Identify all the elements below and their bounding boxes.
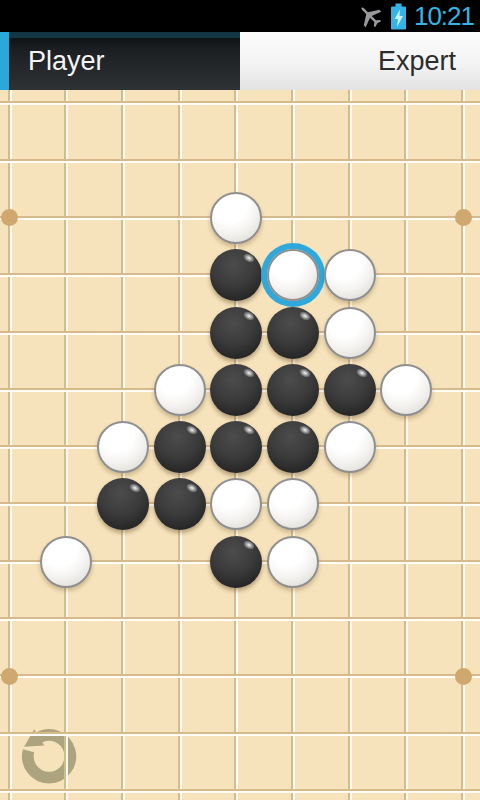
black-stone (210, 364, 262, 416)
stone-highlight (241, 196, 255, 209)
black-stone (210, 536, 262, 588)
status-bar: 10:21 (0, 0, 480, 32)
stone-highlight (241, 309, 255, 322)
stone-highlight (128, 481, 142, 494)
star-point (1, 209, 18, 226)
grid-line-horizontal (0, 789, 480, 793)
stone-highlight (241, 367, 255, 380)
tab-player-label: Player (0, 46, 105, 77)
stone-highlight (355, 367, 369, 380)
stone-highlight (241, 252, 255, 265)
status-clock: 10:21 (414, 0, 476, 32)
white-stone (210, 478, 262, 530)
board[interactable] (0, 90, 480, 800)
stone-highlight (354, 426, 368, 439)
stone-highlight (298, 424, 312, 437)
black-stone (267, 421, 319, 473)
tab-player[interactable]: Player (0, 32, 240, 90)
white-stone (267, 536, 319, 588)
active-tab-indicator (0, 32, 9, 90)
stone-highlight (298, 254, 312, 267)
black-stone (210, 307, 262, 359)
white-stone (324, 307, 376, 359)
grid-line-horizontal (0, 732, 480, 736)
white-stone (97, 421, 149, 473)
stone-highlight (185, 424, 199, 437)
black-stone (267, 364, 319, 416)
black-stone (267, 307, 319, 359)
stone-highlight (241, 539, 255, 552)
stone-highlight (298, 540, 312, 553)
tab-expert-label: Expert (378, 46, 480, 77)
airplane-mode-icon (352, 0, 389, 34)
tab-bar: Player Expert (0, 32, 480, 90)
grid-line-horizontal (0, 617, 480, 621)
black-stone (97, 478, 149, 530)
black-stone (210, 421, 262, 473)
grid-line-horizontal (0, 101, 480, 105)
white-stone (154, 364, 206, 416)
white-stone (40, 536, 92, 588)
star-point (455, 668, 472, 685)
stone-highlight (298, 309, 312, 322)
white-stone (267, 478, 319, 530)
white-stone (380, 364, 432, 416)
undo-arrow-icon (14, 714, 82, 788)
tab-expert[interactable]: Expert (240, 32, 480, 90)
black-stone (154, 478, 206, 530)
stone-highlight (411, 368, 425, 381)
stone-highlight (241, 424, 255, 437)
stone-highlight (127, 426, 141, 439)
stone-highlight (354, 254, 368, 267)
stone-highlight (298, 483, 312, 496)
grid-line-horizontal (0, 674, 480, 678)
white-stone (210, 192, 262, 244)
white-stone-last-move (267, 249, 319, 301)
stone-highlight (241, 483, 255, 496)
star-point (1, 668, 18, 685)
white-stone (324, 249, 376, 301)
battery-charging-icon (390, 3, 407, 30)
stone-highlight (71, 540, 85, 553)
star-point (455, 209, 472, 226)
stone-highlight (185, 481, 199, 494)
black-stone (324, 364, 376, 416)
app-screen: 10:21 Player Expert (0, 0, 480, 800)
white-stone (324, 421, 376, 473)
stone-highlight (354, 311, 368, 324)
stone-highlight (298, 367, 312, 380)
black-stone (154, 421, 206, 473)
undo-button[interactable] (14, 714, 82, 788)
grid-line-horizontal (0, 159, 480, 163)
stone-highlight (184, 368, 198, 381)
black-stone (210, 249, 262, 301)
